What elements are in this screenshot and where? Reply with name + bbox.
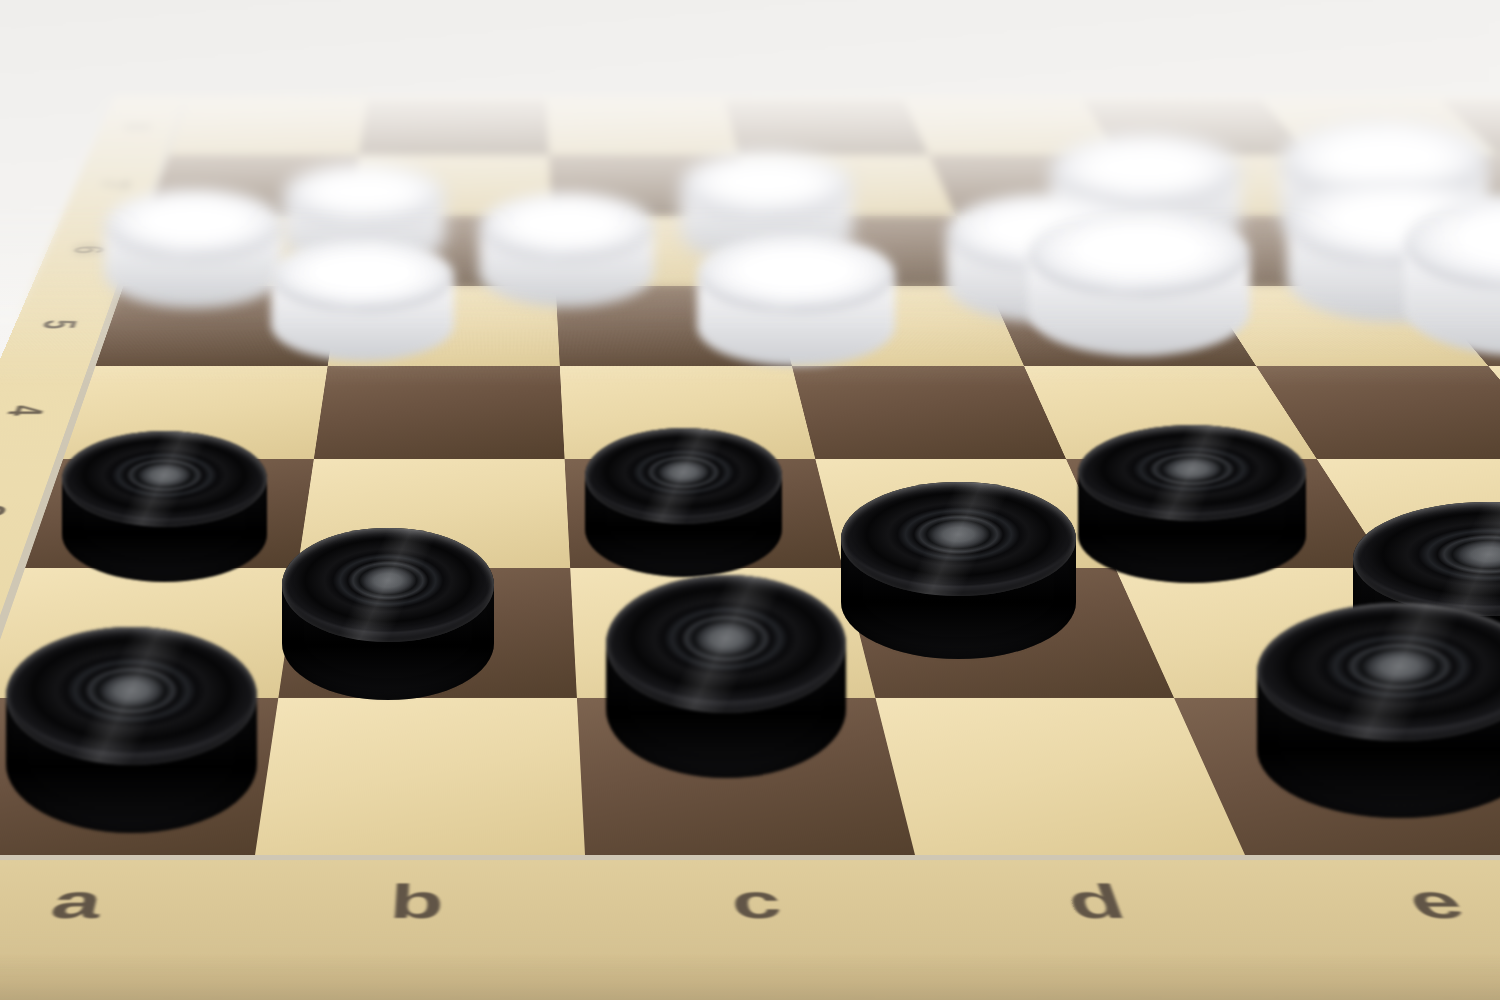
- rank-label-6: 6: [0, 237, 197, 262]
- square-a1[interactable]: [0, 698, 278, 855]
- rank-label-7: 7: [12, 173, 217, 195]
- square-c7[interactable]: [549, 155, 754, 216]
- square-d8[interactable]: [725, 101, 928, 155]
- square-c1[interactable]: [577, 698, 915, 855]
- rank-label-4: 4: [0, 394, 151, 428]
- square-c6[interactable]: [552, 216, 772, 286]
- square-d3[interactable]: [815, 459, 1115, 568]
- rank-label-8: 8: [41, 117, 233, 137]
- rank-label-5: 5: [0, 310, 176, 339]
- square-b4[interactable]: [314, 366, 565, 459]
- file-label-b: b: [244, 874, 589, 929]
- checkers-board: abcdefgh 12345678: [0, 96, 1500, 1000]
- square-d6[interactable]: [754, 216, 988, 286]
- square-e8[interactable]: [904, 101, 1118, 155]
- square-c5[interactable]: [556, 286, 792, 366]
- file-label-c: c: [586, 874, 934, 929]
- checkers-photo-scene: abcdefgh 12345678: [0, 0, 1500, 1000]
- rank-label-2: 2: [0, 607, 89, 654]
- rank-label-3: 3: [0, 491, 123, 531]
- square-b1[interactable]: [255, 698, 585, 855]
- square-c4[interactable]: [560, 366, 815, 459]
- square-b3[interactable]: [298, 459, 571, 568]
- square-d4[interactable]: [792, 366, 1066, 459]
- square-b7[interactable]: [350, 155, 552, 216]
- file-label-d: d: [920, 874, 1279, 929]
- board-squares-grid: [0, 99, 1500, 860]
- square-c3[interactable]: [565, 459, 843, 568]
- square-c2[interactable]: [570, 568, 875, 698]
- square-d5[interactable]: [772, 286, 1024, 366]
- square-c8[interactable]: [546, 101, 739, 155]
- square-b8[interactable]: [359, 101, 549, 155]
- square-b6[interactable]: [340, 216, 556, 286]
- square-b5[interactable]: [328, 286, 560, 366]
- square-d7[interactable]: [739, 155, 957, 216]
- square-b2[interactable]: [278, 568, 577, 698]
- file-label-e: e: [1254, 874, 1500, 929]
- file-label-a: a: [0, 874, 252, 929]
- perspective-wrapper: abcdefgh 12345678: [0, 0, 1500, 1000]
